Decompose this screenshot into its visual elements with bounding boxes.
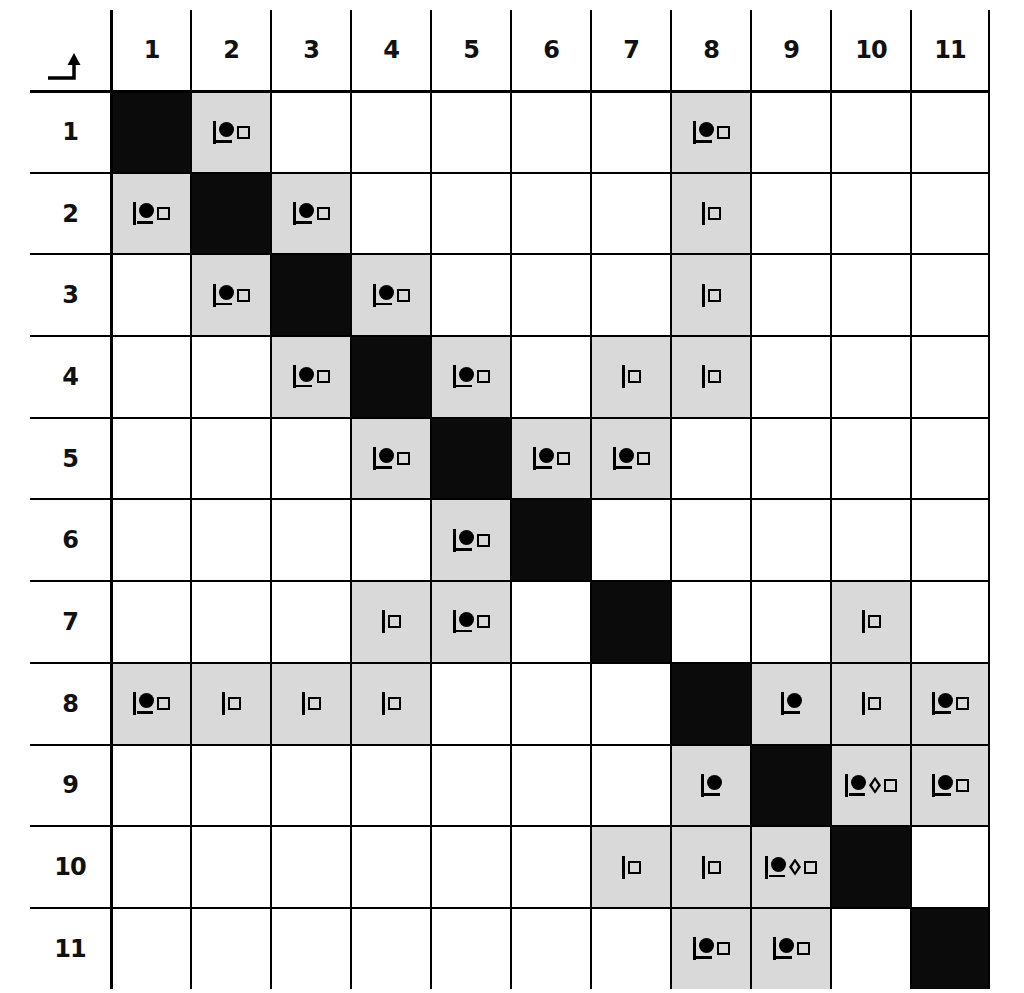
underlined-dot-glyph	[379, 285, 394, 306]
square-glyph	[237, 289, 250, 302]
cell-r4c1-empty	[110, 335, 190, 417]
symbol-bds	[613, 447, 650, 470]
cell-r7c11-empty	[910, 580, 990, 662]
row-header-11: 11	[30, 907, 110, 989]
row-header-6: 6	[30, 498, 110, 580]
row-header-7: 7	[30, 580, 110, 662]
cell-r5c1-empty	[110, 417, 190, 499]
col-header-2: 2	[190, 10, 270, 90]
dot-underline	[296, 385, 312, 388]
cell-r1c5-empty	[430, 90, 510, 172]
square-glyph	[868, 697, 881, 710]
dot-underline	[696, 140, 712, 143]
corner-cell	[30, 10, 110, 90]
dot-underline	[616, 466, 632, 469]
dot-underline	[704, 793, 720, 796]
cell-r1c10-empty	[830, 90, 910, 172]
dot-underline	[696, 956, 712, 959]
symbol-bds	[932, 774, 969, 797]
diagonal-cell-2	[190, 172, 270, 254]
symbol-bds	[293, 365, 330, 388]
square-glyph	[317, 370, 330, 383]
cell-r8c11	[910, 662, 990, 744]
col-header-11: 11	[910, 10, 990, 90]
cell-r8c5-empty	[430, 662, 510, 744]
cell-r5c6	[510, 417, 590, 499]
cell-r11c4-empty	[350, 907, 430, 989]
square-glyph	[717, 126, 730, 139]
dot-underline	[784, 711, 800, 714]
diagonal-cell-5	[430, 417, 510, 499]
cell-r7c4	[350, 580, 430, 662]
symbol-bds	[932, 692, 969, 715]
underlined-dot-glyph	[299, 367, 314, 388]
underlined-dot-glyph	[459, 530, 474, 551]
cell-r2c5-empty	[430, 172, 510, 254]
bar-glyph	[382, 692, 385, 715]
symbol-bdds	[845, 774, 897, 797]
cell-r1c6-empty	[510, 90, 590, 172]
diagonal-cell-7	[590, 580, 670, 662]
dot-underline	[456, 385, 472, 388]
cell-r1c11-empty	[910, 90, 990, 172]
cell-r10c6-empty	[510, 825, 590, 907]
cell-r9c6-empty	[510, 744, 590, 826]
dot-glyph	[779, 938, 794, 953]
square-glyph	[157, 207, 170, 220]
cell-r3c1-empty	[110, 253, 190, 335]
col-header-1: 1	[110, 10, 190, 90]
dot-glyph	[851, 775, 866, 790]
cell-r3c10-empty	[830, 253, 910, 335]
square-glyph	[956, 779, 969, 792]
diamond-glyph	[869, 777, 881, 794]
cell-r6c11-empty	[910, 498, 990, 580]
cell-r4c6-empty	[510, 335, 590, 417]
square-glyph	[477, 370, 490, 383]
cell-r2c1	[110, 172, 190, 254]
dot-glyph	[459, 612, 474, 627]
dot-glyph	[938, 693, 953, 708]
cell-r6c5	[430, 498, 510, 580]
cell-r10c11-empty	[910, 825, 990, 907]
diagonal-cell-9	[750, 744, 830, 826]
cell-r8c7-empty	[590, 662, 670, 744]
square-glyph	[228, 697, 241, 710]
symbol-bs	[382, 692, 401, 715]
underlined-dot-glyph	[707, 775, 722, 796]
underlined-dot-glyph	[699, 938, 714, 959]
cell-r6c1-empty	[110, 498, 190, 580]
cell-r8c1	[110, 662, 190, 744]
cell-r6c2-empty	[190, 498, 270, 580]
cell-r2c10-empty	[830, 172, 910, 254]
cell-r10c2-empty	[190, 825, 270, 907]
cell-r3c6-empty	[510, 253, 590, 335]
dot-glyph	[699, 122, 714, 137]
cell-r9c4-empty	[350, 744, 430, 826]
dot-underline	[137, 221, 153, 224]
symbol-bs	[622, 856, 641, 879]
symbol-bds	[533, 447, 570, 470]
symbol-bds	[773, 937, 810, 960]
square-glyph	[157, 697, 170, 710]
cell-r7c1-empty	[110, 580, 190, 662]
dot-underline	[849, 793, 865, 796]
diagonal-cell-10	[830, 825, 910, 907]
symbol-bdds	[765, 856, 817, 879]
col-header-8: 8	[670, 10, 750, 90]
bar-glyph	[862, 692, 865, 715]
cell-r3c5-empty	[430, 253, 510, 335]
cell-r5c8-empty	[670, 417, 750, 499]
bar-glyph	[222, 692, 225, 715]
bar-glyph	[702, 284, 705, 307]
cell-r10c1-empty	[110, 825, 190, 907]
dot-glyph	[299, 203, 314, 218]
cell-r10c5-empty	[430, 825, 510, 907]
dot-glyph	[139, 203, 154, 218]
square-glyph	[628, 861, 641, 874]
square-glyph	[388, 615, 401, 628]
cell-r2c4-empty	[350, 172, 430, 254]
cell-r4c3	[270, 335, 350, 417]
cell-r2c8	[670, 172, 750, 254]
row-header-5: 5	[30, 417, 110, 499]
bar-glyph	[862, 610, 865, 633]
dot-underline	[137, 711, 153, 714]
square-glyph	[804, 861, 817, 874]
cell-r11c1-empty	[110, 907, 190, 989]
row-header-10: 10	[30, 825, 110, 907]
square-glyph	[708, 370, 721, 383]
underlined-dot-glyph	[379, 448, 394, 469]
cell-r7c8-empty	[670, 580, 750, 662]
cell-r7c10	[830, 580, 910, 662]
dot-glyph	[938, 775, 953, 790]
symbol-bds	[213, 121, 250, 144]
col-header-5: 5	[430, 10, 510, 90]
cell-r2c7-empty	[590, 172, 670, 254]
cell-r11c10-empty	[830, 907, 910, 989]
cell-r7c2-empty	[190, 580, 270, 662]
diagonal-cell-11	[910, 907, 990, 989]
cell-r5c3-empty	[270, 417, 350, 499]
diagonal-cell-6	[510, 498, 590, 580]
underlined-dot-glyph	[771, 857, 786, 878]
cell-r1c2	[190, 90, 270, 172]
symbol-bds	[693, 121, 730, 144]
cell-r1c9-empty	[750, 90, 830, 172]
square-glyph	[708, 861, 721, 874]
cell-r8c10	[830, 662, 910, 744]
symbol-bds	[453, 610, 490, 633]
dot-underline	[216, 303, 232, 306]
cell-r9c10	[830, 744, 910, 826]
square-glyph	[628, 370, 641, 383]
underlined-dot-glyph	[938, 693, 953, 714]
cell-r10c9	[750, 825, 830, 907]
cell-r5c7	[590, 417, 670, 499]
dot-underline	[935, 793, 951, 796]
symbol-bs	[702, 856, 721, 879]
square-glyph	[717, 942, 730, 955]
cell-r3c8	[670, 253, 750, 335]
dot-glyph	[299, 367, 314, 382]
dot-underline	[456, 630, 472, 633]
cell-r6c4-empty	[350, 498, 430, 580]
cell-r9c11	[910, 744, 990, 826]
dot-glyph	[539, 448, 554, 463]
cell-r3c9-empty	[750, 253, 830, 335]
underlined-dot-glyph	[219, 285, 234, 306]
underlined-dot-glyph	[787, 693, 802, 714]
dot-glyph	[219, 285, 234, 300]
dot-underline	[216, 140, 232, 143]
cell-r8c2	[190, 662, 270, 744]
bar-glyph	[622, 856, 625, 879]
dot-glyph	[219, 122, 234, 137]
underlined-dot-glyph	[619, 448, 634, 469]
symbol-bs	[862, 610, 881, 633]
cell-r5c9-empty	[750, 417, 830, 499]
symbol-bs	[622, 365, 641, 388]
cell-r4c9-empty	[750, 335, 830, 417]
underlined-dot-glyph	[539, 448, 554, 469]
bent-up-arrow-icon	[46, 52, 88, 82]
cell-r6c10-empty	[830, 498, 910, 580]
dot-underline	[769, 875, 785, 878]
bar-glyph	[622, 365, 625, 388]
cell-r5c11-empty	[910, 417, 990, 499]
dot-underline	[776, 956, 792, 959]
underlined-dot-glyph	[779, 938, 794, 959]
diagonal-cell-8	[670, 662, 750, 744]
diagonal-cell-3	[270, 253, 350, 335]
row-header-3: 3	[30, 253, 110, 335]
symbol-bds	[453, 365, 490, 388]
dot-glyph	[707, 775, 722, 790]
square-glyph	[477, 615, 490, 628]
square-glyph	[397, 289, 410, 302]
symbol-bs	[702, 284, 721, 307]
row-header-1: 1	[30, 90, 110, 172]
row-header-8: 8	[30, 662, 110, 744]
cell-r11c7-empty	[590, 907, 670, 989]
cell-r11c8	[670, 907, 750, 989]
dot-glyph	[699, 938, 714, 953]
underlined-dot-glyph	[139, 203, 154, 224]
square-glyph	[237, 126, 250, 139]
square-glyph	[308, 697, 321, 710]
symbol-bd	[781, 692, 802, 715]
cell-r11c9	[750, 907, 830, 989]
symbol-bs	[702, 202, 721, 225]
symbol-bds	[693, 937, 730, 960]
cell-r1c3-empty	[270, 90, 350, 172]
bar-glyph	[382, 610, 385, 633]
cell-r4c5	[430, 335, 510, 417]
cell-r1c4-empty	[350, 90, 430, 172]
row-header-9: 9	[30, 744, 110, 826]
cell-r4c8	[670, 335, 750, 417]
dot-glyph	[459, 530, 474, 545]
dot-glyph	[139, 693, 154, 708]
diagonal-cell-1	[110, 90, 190, 172]
underlined-dot-glyph	[299, 203, 314, 224]
underlined-dot-glyph	[219, 122, 234, 143]
col-header-4: 4	[350, 10, 430, 90]
dot-glyph	[619, 448, 634, 463]
symbol-bds	[453, 529, 490, 552]
cell-r9c2-empty	[190, 744, 270, 826]
square-glyph	[557, 452, 570, 465]
symbol-bds	[213, 284, 250, 307]
dot-glyph	[379, 448, 394, 463]
cell-r11c2-empty	[190, 907, 270, 989]
col-header-6: 6	[510, 10, 590, 90]
cell-r9c7-empty	[590, 744, 670, 826]
cell-r11c6-empty	[510, 907, 590, 989]
cell-r6c3-empty	[270, 498, 350, 580]
cell-r6c9-empty	[750, 498, 830, 580]
symbol-bds	[133, 692, 170, 715]
col-header-9: 9	[750, 10, 830, 90]
row-header-2: 2	[30, 172, 110, 254]
cell-r8c3	[270, 662, 350, 744]
square-glyph	[317, 207, 330, 220]
dot-glyph	[771, 857, 786, 872]
underlined-dot-glyph	[699, 122, 714, 143]
symbol-bds	[373, 447, 410, 470]
col-header-3: 3	[270, 10, 350, 90]
bar-glyph	[302, 692, 305, 715]
bar-glyph	[702, 856, 705, 879]
symbol-bs	[702, 365, 721, 388]
underlined-dot-glyph	[459, 612, 474, 633]
square-glyph	[708, 289, 721, 302]
cell-r2c6-empty	[510, 172, 590, 254]
symbol-bs	[862, 692, 881, 715]
col-header-7: 7	[590, 10, 670, 90]
cell-r8c6-empty	[510, 662, 590, 744]
underlined-dot-glyph	[139, 693, 154, 714]
cell-r7c9-empty	[750, 580, 830, 662]
cell-r8c4	[350, 662, 430, 744]
cell-r7c6-empty	[510, 580, 590, 662]
underlined-dot-glyph	[938, 775, 953, 796]
diagonal-cell-4	[350, 335, 430, 417]
symbol-bs	[302, 692, 321, 715]
matrix-board: 12345678910111234567891011	[0, 0, 1024, 989]
col-header-10: 10	[830, 10, 910, 90]
underlined-dot-glyph	[851, 775, 866, 796]
square-glyph	[797, 942, 810, 955]
symbol-bds	[293, 202, 330, 225]
square-glyph	[956, 697, 969, 710]
cell-r7c5	[430, 580, 510, 662]
dot-underline	[296, 221, 312, 224]
symbol-bs	[222, 692, 241, 715]
cell-r6c7-empty	[590, 498, 670, 580]
square-glyph	[477, 534, 490, 547]
cell-r3c2	[190, 253, 270, 335]
dot-underline	[376, 303, 392, 306]
square-glyph	[708, 207, 721, 220]
cell-r1c8	[670, 90, 750, 172]
cell-r10c4-empty	[350, 825, 430, 907]
cell-r10c7	[590, 825, 670, 907]
cell-r2c9-empty	[750, 172, 830, 254]
bar-glyph	[702, 365, 705, 388]
cell-r2c3	[270, 172, 350, 254]
dot-underline	[376, 466, 392, 469]
cell-r2c11-empty	[910, 172, 990, 254]
square-glyph	[884, 779, 897, 792]
cell-r3c4	[350, 253, 430, 335]
cell-r3c11-empty	[910, 253, 990, 335]
symbol-bs	[382, 610, 401, 633]
cell-r9c3-empty	[270, 744, 350, 826]
cell-r6c8-empty	[670, 498, 750, 580]
cell-r3c7-empty	[590, 253, 670, 335]
dot-glyph	[787, 693, 802, 708]
row-header-4: 4	[30, 335, 110, 417]
square-glyph	[868, 615, 881, 628]
cell-r5c4	[350, 417, 430, 499]
square-glyph	[397, 452, 410, 465]
symbol-bds	[133, 202, 170, 225]
cell-r1c7-empty	[590, 90, 670, 172]
dot-glyph	[379, 285, 394, 300]
cell-r11c3-empty	[270, 907, 350, 989]
cell-r7c3-empty	[270, 580, 350, 662]
square-glyph	[388, 697, 401, 710]
symbol-bd	[701, 774, 722, 797]
cell-r4c2-empty	[190, 335, 270, 417]
bar-glyph	[702, 202, 705, 225]
cell-r10c3-empty	[270, 825, 350, 907]
matrix-grid: 12345678910111234567891011	[30, 10, 1024, 989]
square-glyph	[637, 452, 650, 465]
cell-r10c8	[670, 825, 750, 907]
cell-r9c1-empty	[110, 744, 190, 826]
diamond-glyph	[789, 859, 801, 876]
underlined-dot-glyph	[459, 367, 474, 388]
cell-r4c7	[590, 335, 670, 417]
dot-underline	[935, 711, 951, 714]
dot-underline	[456, 548, 472, 551]
cell-r8c9	[750, 662, 830, 744]
cell-r9c8	[670, 744, 750, 826]
cell-r9c5-empty	[430, 744, 510, 826]
cell-r5c2-empty	[190, 417, 270, 499]
cell-r11c5-empty	[430, 907, 510, 989]
cell-r4c10-empty	[830, 335, 910, 417]
dot-glyph	[459, 367, 474, 382]
cell-r4c11-empty	[910, 335, 990, 417]
symbol-bds	[373, 284, 410, 307]
cell-r5c10-empty	[830, 417, 910, 499]
dot-underline	[536, 466, 552, 469]
